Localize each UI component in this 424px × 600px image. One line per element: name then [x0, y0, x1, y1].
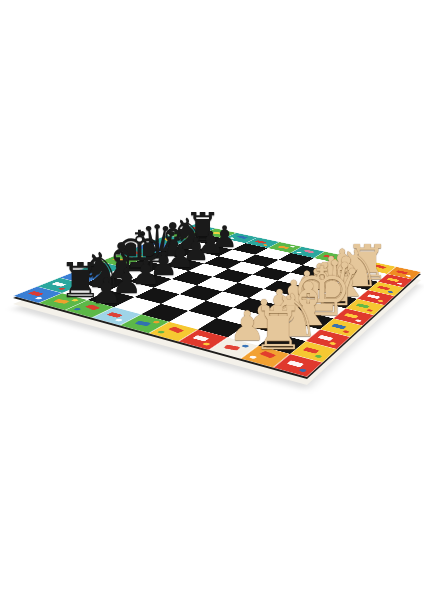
track-cell-illustration [135, 321, 152, 326]
track-cell-illustration [262, 244, 268, 246]
track-cell-illustration [73, 308, 82, 311]
track-cell-illustration [202, 342, 211, 346]
track-cell-illustration [329, 342, 337, 346]
track-cell-illustration [28, 291, 44, 296]
track-cell-illustration [405, 275, 411, 277]
chess-piece-white-rook[interactable]: ♜ [249, 299, 308, 358]
track-cell-illustration [314, 354, 322, 358]
track-cell-illustration [168, 327, 184, 334]
track-cell-illustration [114, 318, 123, 321]
track-cell-illustration [298, 368, 307, 372]
track-cell-illustration [157, 330, 166, 333]
track-cell-illustration [387, 291, 393, 294]
track-cell-illustration [366, 309, 373, 312]
track-cell-illustration [278, 246, 290, 249]
track-cell-illustration [106, 312, 122, 318]
track-cell-illustration [255, 240, 267, 243]
track-cell-illustration [192, 335, 209, 341]
track-cell-illustration [34, 297, 43, 300]
track-cell-illustration [396, 270, 408, 274]
track-cell-illustration [397, 282, 403, 284]
product-photo: ♜♞♝♛♚♝♞♜♟♟♟♟♟♟♟♟♟♟♟♟♟♟♟♟♜♞♝♛♚♝♞♜ [0, 0, 424, 600]
track-cell-illustration [377, 300, 384, 303]
chess-piece-black-pawn[interactable]: ♟ [89, 273, 124, 308]
track-cell-illustration [152, 321, 161, 324]
track-cell-illustration [290, 246, 296, 248]
